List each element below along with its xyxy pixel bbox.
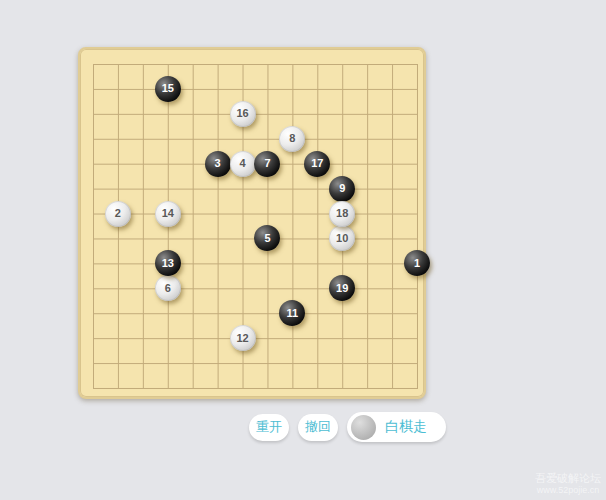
stone-17: 17 (304, 151, 330, 177)
stone-7: 7 (254, 151, 280, 177)
stone-3: 3 (205, 151, 231, 177)
stone-2: 2 (105, 201, 131, 227)
turn-indicator: 白棋走 (347, 412, 446, 442)
restart-button[interactable]: 重开 (249, 414, 289, 441)
controls-bar: 重开 撤回 白棋走 (249, 412, 446, 442)
stone-16: 16 (230, 101, 256, 127)
stone-19: 19 (329, 275, 355, 301)
gomoku-board: 12345678910111213141516171819 (78, 47, 426, 399)
undo-button[interactable]: 撤回 (298, 414, 338, 441)
white-stone-icon (351, 415, 376, 440)
stone-6: 6 (155, 275, 181, 301)
stone-12: 12 (230, 325, 256, 351)
stone-9: 9 (329, 176, 355, 202)
stone-4: 4 (230, 151, 256, 177)
stone-13: 13 (155, 250, 181, 276)
stone-8: 8 (279, 126, 305, 152)
watermark-line2: www.52pojie.cn (535, 485, 601, 497)
stone-10: 10 (329, 225, 355, 251)
stone-1: 1 (404, 250, 430, 276)
watermark-line1: 吾爱破解论坛 (535, 471, 601, 485)
stone-15: 15 (155, 76, 181, 102)
watermark: 吾爱破解论坛 www.52pojie.cn (535, 471, 601, 497)
board-grid[interactable]: 12345678910111213141516171819 (93, 64, 418, 389)
stone-14: 14 (155, 201, 181, 227)
page: 12345678910111213141516171819 重开 撤回 白棋走 … (0, 0, 606, 500)
stone-11: 11 (279, 300, 305, 326)
turn-label: 白棋走 (385, 418, 427, 436)
stone-18: 18 (329, 201, 355, 227)
stone-5: 5 (254, 225, 280, 251)
